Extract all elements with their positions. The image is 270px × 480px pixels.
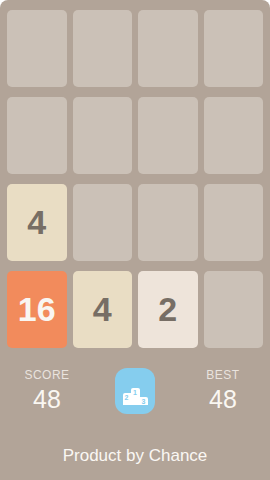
leaderboard-button[interactable]: 2 1 3: [115, 368, 155, 414]
score-box: SCORE 48: [19, 368, 75, 414]
empty-cell-r2c2: [73, 97, 133, 174]
tile-16-r4c1: 16: [7, 271, 67, 348]
empty-cell-r2c4: [204, 97, 264, 174]
empty-cell-r1c4: [204, 10, 264, 87]
tile-2-r4c3: 2: [138, 271, 198, 348]
footer-text: Product by Chance: [0, 447, 270, 464]
empty-cell-r3c3: [138, 184, 198, 261]
empty-cell-r2c1: [7, 97, 67, 174]
empty-cell-r1c3: [138, 10, 198, 87]
score-bar: SCORE 48 2 1 3 BEST 48: [0, 364, 270, 418]
podium-rank-2: 2: [125, 393, 129, 405]
empty-cell-r2c3: [138, 97, 198, 174]
podium-icon: 2 1 3: [123, 388, 148, 405]
score-value: 48: [19, 385, 75, 414]
tile-4-r4c2: 4: [73, 271, 133, 348]
tile-4-r3c1: 4: [7, 184, 67, 261]
empty-cell-r4c4: [204, 271, 264, 348]
empty-cell-r1c2: [73, 10, 133, 87]
podium-rank-1: 1: [133, 388, 137, 405]
best-label: BEST: [195, 368, 251, 382]
score-label: SCORE: [19, 368, 75, 382]
best-value: 48: [195, 385, 251, 414]
empty-cell-r3c2: [73, 184, 133, 261]
podium-rank-3: 3: [142, 397, 146, 405]
best-box: BEST 48: [195, 368, 251, 414]
empty-cell-r1c1: [7, 10, 67, 87]
game-board[interactable]: 41642: [0, 0, 270, 348]
app-2048: 41642 SCORE 48 2 1 3 BEST 48 Product by …: [0, 0, 270, 480]
empty-cell-r3c4: [204, 184, 264, 261]
